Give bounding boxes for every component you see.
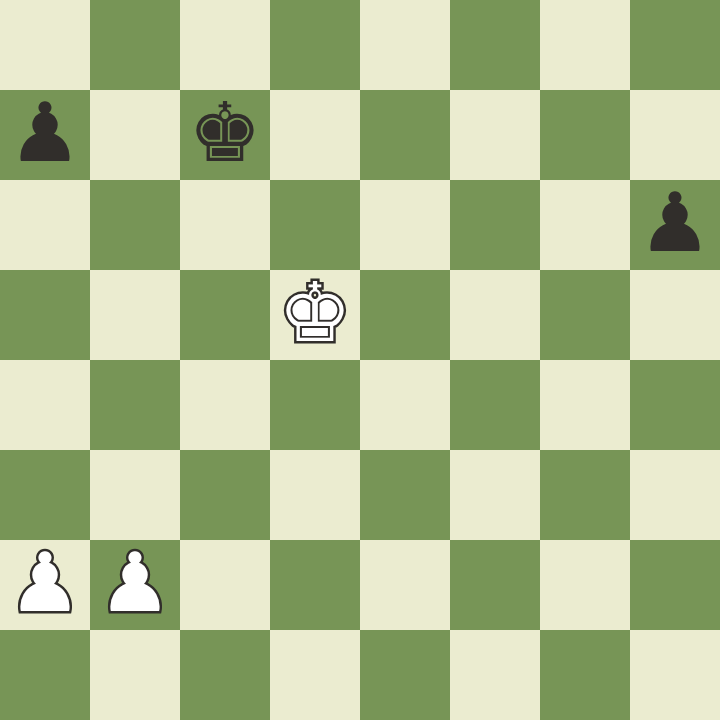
square-a6[interactable]: [0, 180, 90, 270]
square-a1[interactable]: [0, 630, 90, 720]
square-e1[interactable]: [360, 630, 450, 720]
square-g1[interactable]: [540, 630, 630, 720]
piece-white-pawn-b2[interactable]: ♟: [98, 540, 172, 628]
square-f6[interactable]: [450, 180, 540, 270]
square-a8[interactable]: [0, 0, 90, 90]
square-c3[interactable]: [180, 450, 270, 540]
square-e6[interactable]: [360, 180, 450, 270]
square-c4[interactable]: [180, 360, 270, 450]
piece-white-pawn-a2[interactable]: ♟: [8, 540, 82, 628]
square-b1[interactable]: [90, 630, 180, 720]
square-f1[interactable]: [450, 630, 540, 720]
square-e4[interactable]: [360, 360, 450, 450]
square-h7[interactable]: [630, 90, 720, 180]
square-e7[interactable]: [360, 90, 450, 180]
square-a5[interactable]: [0, 270, 90, 360]
square-b5[interactable]: [90, 270, 180, 360]
square-g6[interactable]: [540, 180, 630, 270]
square-e2[interactable]: [360, 540, 450, 630]
square-f3[interactable]: [450, 450, 540, 540]
square-f4[interactable]: [450, 360, 540, 450]
square-d6[interactable]: [270, 180, 360, 270]
square-b6[interactable]: [90, 180, 180, 270]
square-h5[interactable]: [630, 270, 720, 360]
square-h2[interactable]: [630, 540, 720, 630]
square-a7[interactable]: ♟: [0, 90, 90, 180]
square-g4[interactable]: [540, 360, 630, 450]
square-c7[interactable]: ♚: [180, 90, 270, 180]
square-a2[interactable]: ♟: [0, 540, 90, 630]
square-d4[interactable]: [270, 360, 360, 450]
square-e8[interactable]: [360, 0, 450, 90]
square-g2[interactable]: [540, 540, 630, 630]
square-e5[interactable]: [360, 270, 450, 360]
square-e3[interactable]: [360, 450, 450, 540]
square-f2[interactable]: [450, 540, 540, 630]
square-f7[interactable]: [450, 90, 540, 180]
square-b2[interactable]: ♟: [90, 540, 180, 630]
square-d2[interactable]: [270, 540, 360, 630]
square-h6[interactable]: ♟: [630, 180, 720, 270]
piece-black-pawn-h6[interactable]: ♟: [638, 180, 712, 268]
square-h3[interactable]: [630, 450, 720, 540]
square-h4[interactable]: [630, 360, 720, 450]
square-h8[interactable]: [630, 0, 720, 90]
square-c6[interactable]: [180, 180, 270, 270]
chess-board: ♟♚♟♚♟♟: [0, 0, 720, 720]
square-c8[interactable]: [180, 0, 270, 90]
square-a4[interactable]: [0, 360, 90, 450]
square-g5[interactable]: [540, 270, 630, 360]
square-d7[interactable]: [270, 90, 360, 180]
square-a3[interactable]: [0, 450, 90, 540]
square-h1[interactable]: [630, 630, 720, 720]
square-c5[interactable]: [180, 270, 270, 360]
square-g3[interactable]: [540, 450, 630, 540]
square-b8[interactable]: [90, 0, 180, 90]
square-g8[interactable]: [540, 0, 630, 90]
square-d1[interactable]: [270, 630, 360, 720]
piece-black-pawn-a7[interactable]: ♟: [8, 90, 82, 178]
square-d8[interactable]: [270, 0, 360, 90]
square-c2[interactable]: [180, 540, 270, 630]
piece-black-king-c7[interactable]: ♚: [188, 90, 262, 178]
square-f5[interactable]: [450, 270, 540, 360]
square-f8[interactable]: [450, 0, 540, 90]
piece-white-king-d5[interactable]: ♚: [278, 270, 352, 358]
square-b7[interactable]: [90, 90, 180, 180]
square-g7[interactable]: [540, 90, 630, 180]
square-c1[interactable]: [180, 630, 270, 720]
square-d5[interactable]: ♚: [270, 270, 360, 360]
square-d3[interactable]: [270, 450, 360, 540]
square-b3[interactable]: [90, 450, 180, 540]
square-b4[interactable]: [90, 360, 180, 450]
